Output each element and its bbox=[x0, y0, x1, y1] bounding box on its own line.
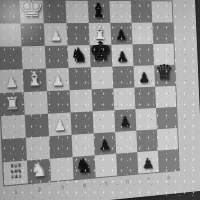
black-knight-d6: ♞ bbox=[70, 45, 88, 65]
black-pawn-f6: ♟ bbox=[116, 49, 129, 63]
black-pawn-e2: ♟ bbox=[99, 137, 112, 152]
black-king-e6: ♚ bbox=[89, 38, 113, 64]
white-bishop-e7: ♝ bbox=[91, 23, 109, 42]
white-pawn-a5: ♟ bbox=[4, 75, 18, 90]
black-pawn-f3: ♟ bbox=[119, 114, 132, 128]
white-rook-a4: ♜ bbox=[4, 95, 20, 112]
black-bishop-e8: ♝ bbox=[90, 1, 108, 20]
photograph: ♜♛♜♞♚♞♝♟♝ 1234567887654321 ♚♝♟♝♟♞♚♟♟♝♟♟♛… bbox=[0, 0, 200, 200]
white-pawn-c5: ♟ bbox=[51, 73, 65, 88]
photo-frame: ♜♛♜♞♚♞♝♟♝ 1234567887654321 ♚♝♟♝♟♞♚♟♟♝♟♟♛… bbox=[0, 0, 200, 200]
chessboard: ♜♛♜♞♚♞♝♟♝ 1234567887654321 ♚♝♟♝♟♞♚♟♟♝♟♟♛… bbox=[0, 0, 200, 200]
black-knight-d1: ♞ bbox=[75, 156, 93, 176]
white-pawn-c7: ♟ bbox=[49, 28, 63, 42]
white-pawn-c3: ♟ bbox=[53, 118, 67, 133]
black-pawn-g5: ♟ bbox=[138, 70, 150, 84]
black-pawn-f7: ♟ bbox=[115, 28, 128, 42]
pieces-layer: ♚♝♟♝♟♞♚♟♟♝♟♟♛♜♟♟♟♞♞♟ bbox=[0, 0, 200, 200]
black-queen-h5: ♛ bbox=[155, 62, 174, 84]
white-knight-b1: ♞ bbox=[30, 159, 49, 180]
black-pawn-g1: ♟ bbox=[142, 156, 154, 171]
white-bishop-b5: ♝ bbox=[25, 69, 44, 89]
white-king-b8: ♚ bbox=[18, 0, 44, 20]
